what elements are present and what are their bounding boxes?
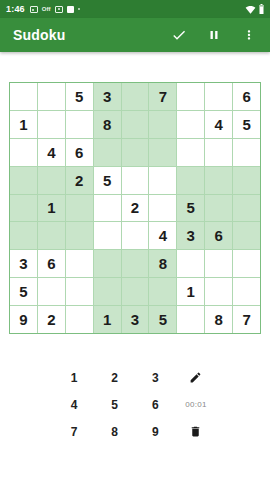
key-7[interactable]: 7 — [54, 418, 94, 445]
clock: 1:46 — [6, 4, 25, 14]
wifi-icon — [245, 0, 256, 18]
cell-r5c4[interactable] — [94, 195, 121, 222]
key-8[interactable]: 8 — [95, 418, 135, 445]
cell-r7c2[interactable]: 6 — [38, 250, 65, 277]
cell-r2c5[interactable] — [122, 111, 149, 138]
key-3[interactable]: 3 — [135, 364, 175, 391]
cell-r4c6[interactable] — [149, 167, 176, 194]
pencil-button[interactable] — [176, 364, 216, 391]
cell-r4c5[interactable] — [122, 167, 149, 194]
cell-r2c9[interactable]: 5 — [233, 111, 260, 138]
cell-r3c4[interactable] — [94, 139, 121, 166]
cell-r1c7[interactable] — [177, 83, 204, 110]
key-2[interactable]: 2 — [95, 364, 135, 391]
cell-r7c8[interactable] — [205, 250, 232, 277]
cell-r4c2[interactable] — [38, 167, 65, 194]
cell-r7c5[interactable] — [122, 250, 149, 277]
pause-button[interactable] — [203, 24, 225, 46]
cell-r5c2[interactable]: 1 — [38, 195, 65, 222]
check-button[interactable] — [168, 24, 190, 46]
cell-r3c8[interactable] — [205, 139, 232, 166]
cell-r9c1[interactable]: 9 — [10, 306, 37, 333]
cell-r7c7[interactable] — [177, 250, 204, 277]
cell-r7c9[interactable] — [233, 250, 260, 277]
cell-r4c8[interactable] — [205, 167, 232, 194]
cell-r2c2[interactable] — [38, 111, 65, 138]
overflow-menu-button[interactable] — [238, 24, 260, 46]
cell-r8c8[interactable] — [205, 278, 232, 305]
number-pad: 1 2 3 4 5 6 00:01 7 8 9 — [54, 364, 216, 445]
cell-r1c8[interactable] — [205, 83, 232, 110]
status-bar: 1:46 Off — [0, 0, 270, 18]
key-5[interactable]: 5 — [95, 391, 135, 418]
cell-r6c9[interactable] — [233, 222, 260, 249]
cell-r6c1[interactable] — [10, 222, 37, 249]
cell-r4c1[interactable] — [10, 167, 37, 194]
cell-r6c2[interactable] — [38, 222, 65, 249]
cell-r7c6[interactable]: 8 — [149, 250, 176, 277]
cell-r8c1[interactable]: 5 — [10, 278, 37, 305]
square-notification-icon — [67, 6, 74, 13]
cell-r8c7[interactable]: 1 — [177, 278, 204, 305]
cell-r6c6[interactable]: 4 — [149, 222, 176, 249]
key-9[interactable]: 9 — [135, 418, 175, 445]
cell-r9c7[interactable] — [177, 306, 204, 333]
cell-r4c9[interactable] — [233, 167, 260, 194]
cell-r1c3[interactable]: 5 — [66, 83, 93, 110]
trash-button[interactable] — [176, 418, 216, 445]
cell-r8c4[interactable] — [94, 278, 121, 305]
cell-r8c5[interactable] — [122, 278, 149, 305]
cell-r3c1[interactable] — [10, 139, 37, 166]
sudoku-board: 537618454625125436368519213587 — [9, 82, 261, 334]
page-title: Sudoku — [13, 27, 66, 43]
off-label: Off — [42, 6, 51, 13]
cell-r6c8[interactable]: 6 — [205, 222, 232, 249]
cell-r1c5[interactable] — [122, 83, 149, 110]
cell-r3c5[interactable] — [122, 139, 149, 166]
cell-r1c4[interactable]: 3 — [94, 83, 121, 110]
key-4[interactable]: 4 — [54, 391, 94, 418]
cell-r8c6[interactable] — [149, 278, 176, 305]
cell-r4c4[interactable]: 5 — [94, 167, 121, 194]
key-6[interactable]: 6 — [135, 391, 175, 418]
notification-icons: Off — [30, 6, 80, 13]
cell-r9c5[interactable]: 3 — [122, 306, 149, 333]
app-bar: Sudoku — [0, 18, 270, 52]
cell-r9c6[interactable]: 5 — [149, 306, 176, 333]
cell-r2c3[interactable] — [66, 111, 93, 138]
cell-r3c9[interactable] — [233, 139, 260, 166]
dot-icon — [78, 8, 80, 10]
cell-r5c3[interactable] — [66, 195, 93, 222]
cell-r9c2[interactable]: 2 — [38, 306, 65, 333]
cell-r3c6[interactable] — [149, 139, 176, 166]
cell-r8c2[interactable] — [38, 278, 65, 305]
cell-r5c8[interactable] — [205, 195, 232, 222]
cell-r3c2[interactable]: 4 — [38, 139, 65, 166]
game-timer: 00:01 — [185, 400, 207, 409]
cell-r6c4[interactable] — [94, 222, 121, 249]
cell-r1c1[interactable] — [10, 83, 37, 110]
cell-r9c9[interactable]: 7 — [233, 306, 260, 333]
cell-r7c4[interactable] — [94, 250, 121, 277]
cell-r1c6[interactable]: 7 — [149, 83, 176, 110]
cell-r9c8[interactable]: 8 — [205, 306, 232, 333]
cell-r5c9[interactable] — [233, 195, 260, 222]
cell-r8c9[interactable] — [233, 278, 260, 305]
cell-r8c3[interactable] — [66, 278, 93, 305]
cell-r4c3[interactable]: 2 — [66, 167, 93, 194]
key-1[interactable]: 1 — [54, 364, 94, 391]
cell-r5c6[interactable] — [149, 195, 176, 222]
cell-r5c5[interactable]: 2 — [122, 195, 149, 222]
cell-r6c3[interactable] — [66, 222, 93, 249]
app-notification-icon — [55, 6, 63, 13]
cell-r2c6[interactable] — [149, 111, 176, 138]
cell-r1c2[interactable] — [38, 83, 65, 110]
cell-r6c5[interactable] — [122, 222, 149, 249]
cell-r2c7[interactable] — [177, 111, 204, 138]
cell-r9c3[interactable] — [66, 306, 93, 333]
screenshot-icon — [30, 6, 38, 13]
cell-r3c7[interactable] — [177, 139, 204, 166]
cell-r2c4[interactable]: 8 — [94, 111, 121, 138]
cell-r6c7[interactable]: 3 — [177, 222, 204, 249]
battery-icon — [259, 0, 264, 18]
cell-r2c1[interactable]: 1 — [10, 111, 37, 138]
cell-r4c7[interactable] — [177, 167, 204, 194]
cell-r2c8[interactable]: 4 — [205, 111, 232, 138]
cell-r7c3[interactable] — [66, 250, 93, 277]
cell-r3c3[interactable]: 6 — [66, 139, 93, 166]
cell-r1c9[interactable]: 6 — [233, 83, 260, 110]
cell-r5c7[interactable]: 5 — [177, 195, 204, 222]
cell-r5c1[interactable] — [10, 195, 37, 222]
cell-r9c4[interactable]: 1 — [94, 306, 121, 333]
cell-r7c1[interactable]: 3 — [10, 250, 37, 277]
